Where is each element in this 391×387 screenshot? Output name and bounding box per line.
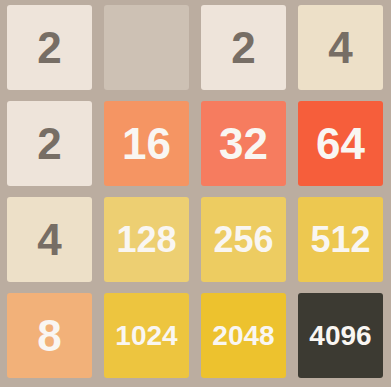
tile-32: 32 xyxy=(201,101,286,186)
empty-cell-r1c2 xyxy=(104,5,189,90)
tile-2: 2 xyxy=(7,101,92,186)
tile-8: 8 xyxy=(7,293,92,378)
tile-4: 4 xyxy=(298,5,383,90)
tile-4096: 4096 xyxy=(298,293,383,378)
tile-4: 4 xyxy=(7,197,92,282)
tile-2048: 2048 xyxy=(201,293,286,378)
tile-2: 2 xyxy=(7,5,92,90)
tile-16: 16 xyxy=(104,101,189,186)
board-2048[interactable]: 224216326441282565128102420484096 xyxy=(0,0,391,387)
tile-1024: 1024 xyxy=(104,293,189,378)
tile-2: 2 xyxy=(201,5,286,90)
tile-128: 128 xyxy=(104,197,189,282)
tile-256: 256 xyxy=(201,197,286,282)
tile-512: 512 xyxy=(298,197,383,282)
tile-64: 64 xyxy=(298,101,383,186)
